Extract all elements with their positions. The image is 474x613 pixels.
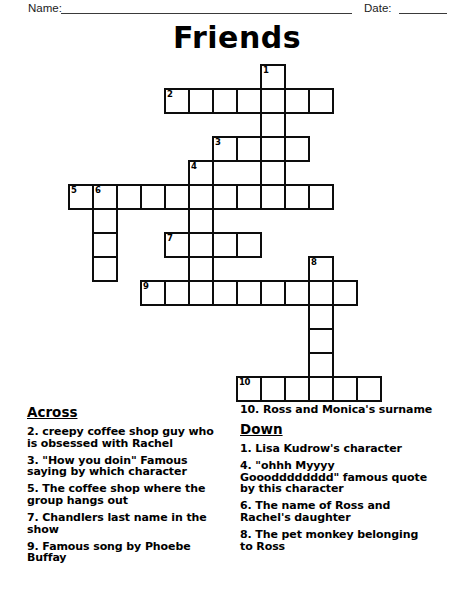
clues-column-left: Across 2. creepy coffee shop guy who is … [27, 404, 224, 569]
grid-cell-r6c1[interactable] [92, 208, 118, 234]
grid-cell-r6c5[interactable] [188, 208, 214, 234]
grid-cell-r13c8[interactable] [260, 376, 286, 402]
cell-number-9: 9 [143, 281, 149, 291]
grid-cell-r1c5[interactable] [188, 88, 214, 114]
grid-cell-r9c5[interactable] [188, 280, 214, 306]
grid-cell-r9c8[interactable] [260, 280, 286, 306]
grid-cell-r11c10[interactable] [308, 328, 334, 354]
cell-number-6: 6 [95, 185, 101, 195]
grid-cell-r9c10[interactable] [308, 280, 334, 306]
grid-cell-r0c8[interactable]: 1 [260, 64, 286, 90]
grid-cell-r9c9[interactable] [284, 280, 310, 306]
date-label: Date: [364, 2, 392, 14]
name-label: Name: [28, 2, 62, 14]
grid-cell-r5c7[interactable] [236, 184, 262, 210]
clue-9-across: 9. Famous song by Phoebe Buffay [27, 541, 224, 564]
grid-cell-r3c9[interactable] [284, 136, 310, 162]
cell-number-3: 3 [215, 137, 221, 147]
grid-cell-r7c5[interactable] [188, 232, 214, 258]
cell-number-10: 10 [239, 377, 250, 387]
grid-cell-r10c10[interactable] [308, 304, 334, 330]
grid-cell-r12c10[interactable] [308, 352, 334, 378]
grid-cell-r7c1[interactable] [92, 232, 118, 258]
grid-cell-r8c1[interactable] [92, 256, 118, 282]
cell-number-2: 2 [167, 89, 173, 99]
grid-cell-r13c11[interactable] [332, 376, 358, 402]
grid-cell-r9c3[interactable]: 9 [140, 280, 166, 306]
down-clue-list: 1. Lisa Kudrow's character4. "ohhh Myyyy… [240, 443, 433, 552]
grid-cell-r5c8[interactable] [260, 184, 286, 210]
clues-column-right: 10. Ross and Monica's surname Down 1. Li… [240, 404, 433, 558]
grid-cell-r5c1[interactable]: 6 [92, 184, 118, 210]
grid-cell-r1c8[interactable] [260, 88, 286, 114]
date-blank-line [399, 13, 447, 14]
grid-cell-r4c8[interactable] [260, 160, 286, 186]
clue-1-down: 1. Lisa Kudrow's character [240, 443, 433, 455]
grid-cell-r5c3[interactable] [140, 184, 166, 210]
grid-cell-r9c4[interactable] [164, 280, 190, 306]
grid-cell-r7c4[interactable]: 7 [164, 232, 190, 258]
clue-4-down: 4. "ohhh Myyyy Gooodddddddd" famous quot… [240, 460, 433, 495]
grid-cell-r3c8[interactable] [260, 136, 286, 162]
grid-cell-r8c5[interactable] [188, 256, 214, 282]
grid-cell-r13c9[interactable] [284, 376, 310, 402]
grid-cell-r13c12[interactable] [356, 376, 382, 402]
clue-10-across: 10. Ross and Monica's surname [240, 404, 433, 416]
cell-number-8: 8 [311, 257, 317, 267]
grid-cell-r5c4[interactable] [164, 184, 190, 210]
clue-6-down: 6. The name of Ross and Rachel's daughte… [240, 500, 433, 523]
grid-cell-r5c10[interactable] [308, 184, 334, 210]
puzzle-title: Friends [0, 20, 474, 55]
name-blank-line [61, 13, 352, 14]
grid-cell-r5c6[interactable] [212, 184, 238, 210]
cell-number-1: 1 [263, 65, 269, 75]
grid-cell-r1c10[interactable] [308, 88, 334, 114]
grid-cell-r7c7[interactable] [236, 232, 262, 258]
across-clue-list: 2. creepy coffee shop guy who is obsesse… [27, 426, 224, 564]
grid-cell-r13c7[interactable]: 10 [236, 376, 262, 402]
grid-cell-r5c9[interactable] [284, 184, 310, 210]
crossword-grid: 12345678910 [68, 64, 382, 402]
grid-cell-r3c7[interactable] [236, 136, 262, 162]
across-clue-list-overflow: 10. Ross and Monica's surname [240, 404, 433, 416]
clue-3-across: 3. "How you doin" Famous saying by which… [27, 455, 224, 478]
grid-cell-r9c7[interactable] [236, 280, 262, 306]
grid-cell-r2c8[interactable] [260, 112, 286, 138]
grid-cell-r1c9[interactable] [284, 88, 310, 114]
grid-cell-r1c4[interactable]: 2 [164, 88, 190, 114]
across-heading: Across [27, 404, 224, 420]
clue-8-down: 8. The pet monkey belonging to Ross [240, 529, 433, 552]
grid-cell-r7c6[interactable] [212, 232, 238, 258]
cell-number-7: 7 [167, 233, 173, 243]
grid-cell-r5c2[interactable] [116, 184, 142, 210]
grid-cell-r5c5[interactable] [188, 184, 214, 210]
grid-cell-r13c10[interactable] [308, 376, 334, 402]
crossword-worksheet: { "game": "crossword", "title": "Friends… [0, 0, 474, 613]
cell-number-5: 5 [71, 185, 77, 195]
grid-cell-r5c0[interactable]: 5 [68, 184, 94, 210]
grid-cell-r3c6[interactable]: 3 [212, 136, 238, 162]
clue-5-across: 5. The coffee shop where the group hangs… [27, 483, 224, 506]
grid-cell-r1c6[interactable] [212, 88, 238, 114]
grid-cell-r9c6[interactable] [212, 280, 238, 306]
grid-cell-r1c7[interactable] [236, 88, 262, 114]
cell-number-4: 4 [191, 161, 197, 171]
clue-2-across: 2. creepy coffee shop guy who is obsesse… [27, 426, 224, 449]
grid-cell-r9c11[interactable] [332, 280, 358, 306]
down-heading: Down [240, 421, 433, 437]
grid-cell-r8c10[interactable]: 8 [308, 256, 334, 282]
grid-cell-r4c5[interactable]: 4 [188, 160, 214, 186]
clue-7-across: 7. Chandlers last name in the show [27, 512, 224, 535]
